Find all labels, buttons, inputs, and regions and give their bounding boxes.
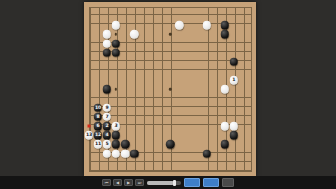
move-number-label: 8 [96, 115, 99, 120]
move-number-label: 10 [95, 105, 101, 110]
bottom-toolbar: ⏮◀▶⏭ [0, 176, 336, 189]
menu-button[interactable] [222, 178, 234, 187]
move-number-label: 5 [105, 142, 108, 147]
move-number-label: 13 [86, 133, 92, 138]
move-number-label: 2 [105, 124, 108, 129]
nav-last-button[interactable]: ⏭ [135, 179, 144, 186]
nav-first-button[interactable]: ⏮ [102, 179, 111, 186]
action-button-primary[interactable] [184, 178, 200, 187]
nav-forward-button[interactable]: ▶ [124, 179, 133, 186]
move-number-label: 6 [96, 124, 99, 129]
move-number-label: 11 [95, 142, 101, 147]
move-number-label: 4 [105, 133, 108, 138]
playback-controls: ⏮◀▶⏭ [102, 179, 144, 186]
nav-back-button[interactable]: ◀ [113, 179, 122, 186]
move-slider[interactable] [147, 181, 181, 185]
action-button-secondary[interactable] [203, 178, 219, 187]
move-number-label: 7 [105, 115, 108, 120]
move-number-label: 9 [105, 105, 108, 110]
move-slider-fill [147, 181, 174, 185]
app-background: 11098762313124115 ⏮◀▶⏭ [0, 0, 336, 189]
go-board[interactable]: 11098762313124115 [84, 2, 256, 176]
last-move-red-marker [87, 125, 90, 128]
move-number-label: 1 [232, 78, 235, 83]
move-slider-thumb[interactable] [173, 180, 176, 186]
move-number-label: 3 [115, 124, 118, 129]
move-number-label: 12 [95, 133, 101, 138]
